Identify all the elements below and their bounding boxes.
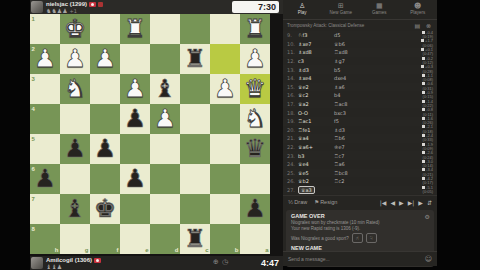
forward-icon[interactable]: ▶ [399, 199, 404, 206]
square-c6[interactable] [180, 164, 210, 194]
top-player-bar: nielsjac (1299) ♞♞♟♟+1 7:30 [30, 0, 283, 14]
rank-label-6: 6 [32, 166, 35, 172]
move-number: 13. [287, 67, 298, 73]
eval-square-icon [422, 31, 425, 34]
move-row-19: 19.♖ac1f5-1.6(0:26) [283, 117, 437, 126]
square-g6[interactable] [60, 164, 90, 194]
new-game-icon: ⊞ [322, 2, 361, 10]
piece-white-knight: ♞ [240, 104, 270, 134]
square-b8[interactable]: b [210, 224, 240, 254]
black-move[interactable]: dxe4 [334, 75, 374, 81]
square-f8[interactable]: f [90, 224, 120, 254]
sport-question: Was Niogralex a good sport? [291, 236, 349, 241]
chat-bar: Send a message... ☺ [283, 251, 437, 266]
eval-square-icon [422, 117, 425, 120]
piece-black-pawn: ♟ [90, 134, 120, 164]
rank-label-8: 8 [32, 226, 35, 232]
piece-black-pawn: ♟ [60, 134, 90, 164]
eval-square-icon [421, 65, 424, 68]
eval-square-icon [422, 134, 425, 137]
tab-label: New Game [322, 10, 361, 16]
white-move[interactable]: b3 [298, 153, 334, 159]
eval-square-icon [422, 74, 425, 77]
piece-white-pawn: ♟ [120, 74, 150, 104]
black-move[interactable]: ♖b6 [334, 135, 374, 141]
white-move[interactable]: ♕b2 [298, 178, 334, 184]
square-d2[interactable] [150, 44, 180, 74]
move-number: 15. [287, 84, 298, 90]
move-row-23: 23.b3♖c7-2.6(0:24) [283, 151, 437, 160]
eval-square-icon [422, 125, 425, 128]
add-time-icon[interactable]: ⊕ [213, 258, 222, 265]
file-label-f: f [117, 247, 119, 253]
tab-play[interactable]: ♙Play [283, 0, 322, 19]
square-e8[interactable]: e [120, 224, 150, 254]
white-move[interactable]: ♗xe7 [298, 41, 334, 47]
square-b2[interactable] [210, 44, 240, 74]
move-row-27: 27.♕a3-5.1(0:05) [283, 186, 437, 195]
top-player-flag-icon [89, 2, 96, 7]
move-number: 16. [287, 92, 298, 98]
square-f2[interactable]: ♟ [90, 44, 120, 74]
eval-square-icon [422, 91, 425, 94]
square-f1[interactable] [90, 14, 120, 44]
piece-white-king: ♚ [60, 14, 90, 44]
play-icon: ♙ [283, 2, 322, 10]
resign-button[interactable]: ⚑Resign [314, 199, 337, 205]
eval-square-icon [422, 100, 425, 103]
square-b5[interactable] [210, 134, 240, 164]
timer-icon: ◷ [222, 258, 231, 265]
tab-new-game[interactable]: ⊞New Game [322, 0, 361, 19]
file-label-e: e [145, 247, 148, 253]
move-number: 14. [287, 75, 298, 81]
square-h7[interactable]: 7 [30, 194, 60, 224]
piece-black-pawn: ♟ [240, 194, 270, 224]
square-b6[interactable] [210, 164, 240, 194]
white-move[interactable]: ♖fe1 [298, 127, 334, 133]
black-move[interactable]: bxc3 [334, 110, 374, 116]
move-row-14: 14.♗xe4dxe4-1.1(0:08) [283, 74, 437, 83]
eval-square-icon [422, 82, 425, 85]
rank-label-2: 2 [32, 46, 35, 52]
move-row-25: 25.♕e5♖bc8-3.4(0:21) [283, 169, 437, 178]
black-move[interactable]: b5 [334, 67, 374, 73]
piece-black-pawn: ♟ [120, 164, 150, 194]
rank-label-1: 1 [32, 16, 35, 22]
move-row-11: 11.♗xd8♖xd8+0.1(0:47) [283, 48, 437, 57]
eval-square-icon [422, 108, 425, 111]
piece-black-pawn: ♟ [120, 104, 150, 134]
eval-square-icon [422, 177, 425, 180]
eval-square-icon [422, 151, 425, 154]
rating-line: Your new Rapid rating is 1306 (-9). [291, 226, 429, 231]
move-row-9: 9.♘f3d5-0.4(0:19) [283, 31, 437, 40]
square-e6[interactable]: ♟ [120, 164, 150, 194]
move-row-24: 24.♕e4♖a6-3.0(0:14) [283, 160, 437, 169]
white-move[interactable]: ♕a3 [298, 187, 334, 193]
games-icon: ▦ [360, 2, 399, 10]
square-a4[interactable]: ♞ [240, 104, 270, 134]
square-c1[interactable] [180, 14, 210, 44]
piece-white-pawn: ♟ [60, 44, 90, 74]
piece-black-queen: ♛ [240, 134, 270, 164]
square-h3[interactable]: 3 [30, 74, 60, 104]
top-player-clock: 7:30 [232, 1, 279, 13]
square-f3[interactable] [90, 74, 120, 104]
white-move[interactable]: ♕e5 [298, 170, 334, 176]
jump-start-icon[interactable]: |◀ [380, 199, 387, 206]
black-move[interactable]: ♗g7 [334, 58, 374, 64]
move-number: 20. [287, 127, 298, 133]
white-move[interactable]: ♕a4 [298, 135, 334, 141]
square-d4[interactable]: ♟ [150, 104, 180, 134]
thumbs-up-icon[interactable]: ☝ [352, 233, 363, 243]
move-navigation: |◀◀▶▶|▶⇵ [380, 199, 432, 206]
square-b3[interactable]: ♟ [210, 74, 240, 104]
rank-label-5: 5 [32, 136, 35, 142]
move-number: 9. [287, 32, 298, 38]
piece-white-pawn: ♟ [240, 44, 270, 74]
square-c3[interactable] [180, 74, 210, 104]
white-move[interactable]: ♖ac1 [298, 118, 334, 124]
eval-square-icon [422, 57, 425, 60]
sidebar-tabs: ♙Play⊞New Game▦Games☻Players [283, 0, 437, 20]
chat-input[interactable]: Send a message... [288, 256, 330, 262]
black-move[interactable]: ♖a6 [334, 161, 374, 167]
back-icon[interactable]: ◀ [390, 199, 395, 206]
move-number: 18. [287, 110, 298, 116]
white-move[interactable]: c3 [298, 58, 334, 64]
square-h5[interactable]: 5 [30, 134, 60, 164]
sportsmanship-row: Was Niogralex a good sport? ☝ ☟ [291, 233, 429, 243]
black-move[interactable]: f5 [334, 118, 374, 124]
square-g4[interactable] [60, 104, 90, 134]
tab-games[interactable]: ▦Games [360, 0, 399, 19]
move-number: 19. [287, 118, 298, 124]
eval-square-icon [422, 160, 425, 163]
move-row-18: 18.O-Obxc3-0.8(0:11) [283, 108, 437, 117]
move-row-21: 21.♕a4♖b6-2.4(0:33) [283, 134, 437, 143]
white-move[interactable]: ♕a6+ [298, 144, 334, 150]
square-d8[interactable]: d [150, 224, 180, 254]
opening-name: Trompowsky Attack: Classical Defense [287, 23, 364, 28]
square-f5[interactable]: ♟ [90, 134, 120, 164]
file-label-d: d [175, 247, 179, 253]
play-moves-icon[interactable]: ▶ [418, 199, 423, 206]
tab-label: Play [283, 10, 322, 16]
square-h8[interactable]: 8h [30, 224, 60, 254]
square-e2[interactable] [120, 44, 150, 74]
move-number: 23. [287, 153, 298, 159]
square-g7[interactable]: ♝ [60, 194, 90, 224]
square-h6[interactable]: 6♟ [30, 164, 60, 194]
white-move[interactable]: ♕c2 [298, 92, 334, 98]
square-a2[interactable]: ♟ [240, 44, 270, 74]
eval-square-icon [422, 143, 425, 146]
piece-black-bishop: ♝ [60, 194, 90, 224]
black-move[interactable]: ♗d3 [334, 127, 374, 133]
move-number: 24. [287, 161, 298, 167]
jump-end-icon[interactable]: ▶| [408, 199, 415, 206]
gear-icon[interactable]: ⚙ [425, 213, 430, 220]
eval-square-icon [421, 39, 424, 42]
result-line: Niogralex won by checkmate (10 min Rated… [291, 220, 429, 225]
black-move[interactable]: ♖xd8 [334, 49, 374, 55]
file-label-a: a [265, 247, 268, 253]
white-move[interactable]: ♗d3 [298, 67, 334, 73]
square-b4[interactable] [210, 104, 240, 134]
game-over-title: GAME OVER [291, 213, 429, 219]
square-a7[interactable]: ♟ [240, 194, 270, 224]
square-g1[interactable]: ♚ [60, 14, 90, 44]
tab-label: Players [399, 10, 438, 16]
piece-black-king: ♚ [90, 194, 120, 224]
piece-white-queen: ♛ [240, 74, 270, 104]
square-f4[interactable] [90, 104, 120, 134]
square-c7[interactable] [180, 194, 210, 224]
move-row-26: 26.♕b2♖c2-4.2(0:17) [283, 177, 437, 186]
tab-players[interactable]: ☻Players [399, 0, 438, 19]
bottom-bar-icons[interactable]: ⊕◷ [213, 258, 231, 266]
file-label-g: g [85, 247, 89, 253]
piece-white-pawn: ♟ [150, 104, 180, 134]
white-move[interactable]: O-O [298, 110, 334, 116]
bottom-player-flag-icon [94, 258, 101, 263]
square-f7[interactable]: ♚ [90, 194, 120, 224]
square-a6[interactable] [240, 164, 270, 194]
piece-black-rook: ♜ [180, 44, 210, 74]
game-area: nielsjac (1299) ♞♞♟♟+1 7:30 1♚♜♜2♟♟♟♜♟3♞… [30, 0, 283, 270]
file-label-h: h [55, 247, 59, 253]
tab-label: Games [360, 10, 399, 16]
move-row-20: 20.♖fe1♗d3-2.1(0:18) [283, 126, 437, 135]
square-e5[interactable] [120, 134, 150, 164]
square-h2[interactable]: 2♟ [30, 44, 60, 74]
square-c8[interactable]: c♜ [180, 224, 210, 254]
move-row-17: 17.♕a2♖ac8-1.4(0:22) [283, 100, 437, 109]
black-move[interactable]: ♔e7 [334, 144, 374, 150]
move-number: 11. [287, 49, 298, 55]
opening-explorer-icon[interactable]: ▤ [414, 22, 422, 29]
square-e1[interactable]: ♜ [120, 14, 150, 44]
bottom-player-bar: Amilcogil (1306) ♝♝♟ ⊕◷ 4:47 [30, 256, 283, 270]
move-number: 25. [287, 170, 298, 176]
square-h1[interactable]: 1 [30, 14, 60, 44]
piece-white-rook: ♜ [120, 14, 150, 44]
move-row-16: 16.♕c2b4-0.9(0:15) [283, 91, 437, 100]
square-g8[interactable]: g [60, 224, 90, 254]
bottom-player-avatar[interactable] [31, 257, 43, 269]
move-number: 27. [287, 187, 298, 193]
file-label-b: b [235, 247, 239, 253]
square-g5[interactable]: ♟ [60, 134, 90, 164]
move-row-12: 12.c3♗g7-0.2(0:12) [283, 57, 437, 66]
square-a3[interactable]: ♛ [240, 74, 270, 104]
close-opening-icon[interactable]: ⊗ [426, 22, 433, 29]
square-c4[interactable] [180, 104, 210, 134]
chess-board: 1♚♜♜2♟♟♟♜♟3♞♟♝♟♛4♟♟♞5♟♟♛6♟♟7♝♚♟8hgfedc♜b… [30, 14, 270, 254]
move-number: 22. [287, 144, 298, 150]
white-move[interactable]: ♕e2 [298, 84, 334, 90]
emoji-icon[interactable]: ☺ [425, 255, 432, 263]
game-controls: ½Draw ⚑Resign |◀◀▶▶|▶⇵ [283, 195, 437, 208]
square-e7[interactable] [120, 194, 150, 224]
piece-white-pawn: ♟ [210, 74, 240, 104]
white-move[interactable]: ♗xe4 [298, 75, 334, 81]
sidebar: ♙Play⊞New Game▦Games☻Players Trompowsky … [283, 0, 437, 266]
move-number: 26. [287, 178, 298, 184]
flip-board-icon[interactable]: ⇵ [427, 199, 432, 206]
square-g3[interactable]: ♞ [60, 74, 90, 104]
thumbs-down-icon[interactable]: ☟ [366, 233, 377, 243]
black-move[interactable]: ♕b6 [334, 41, 374, 47]
eval-square-icon [422, 186, 425, 189]
square-g2[interactable]: ♟ [60, 44, 90, 74]
move-row-13: 13.♗d3b5+0.3(0:28) [283, 65, 437, 74]
square-e4[interactable]: ♟ [120, 104, 150, 134]
black-move[interactable]: ♖ac8 [334, 101, 374, 107]
bottom-player-captured-pieces: ♝♝♟ [46, 263, 62, 270]
piece-white-knight: ♞ [60, 74, 90, 104]
bottom-player-clock: 4:47 [261, 257, 279, 270]
black-move[interactable]: ♗a6 [334, 84, 374, 90]
white-move[interactable]: ♕a2 [298, 101, 334, 107]
move-annotation: -5.1(0:05) [422, 186, 437, 195]
square-d1[interactable] [150, 14, 180, 44]
square-d6[interactable] [150, 164, 180, 194]
eval-square-icon [421, 48, 424, 51]
square-a8[interactable]: a [240, 224, 270, 254]
square-d7[interactable] [150, 194, 180, 224]
app-window: nielsjac (1299) ♞♞♟♟+1 7:30 1♚♜♜2♟♟♟♜♟3♞… [0, 0, 480, 270]
black-move[interactable]: d5 [334, 32, 374, 38]
square-d5[interactable] [150, 134, 180, 164]
rank-label-4: 4 [32, 106, 35, 112]
square-b1[interactable] [210, 14, 240, 44]
white-move[interactable]: ♘f3 [298, 32, 334, 38]
square-b7[interactable] [210, 194, 240, 224]
move-row-10: 10.♗xe7♕b6+1.7(0:06) [283, 40, 437, 49]
move-number: 21. [287, 135, 298, 141]
rank-label-3: 3 [32, 76, 35, 82]
square-d3[interactable]: ♝ [150, 74, 180, 104]
move-number: 12. [287, 58, 298, 64]
top-player-badge-icon [98, 2, 103, 7]
move-row-15: 15.♕e2♗a6-0.6(0:31) [283, 83, 437, 92]
black-move[interactable]: b4 [334, 92, 374, 98]
square-c2[interactable]: ♜ [180, 44, 210, 74]
piece-white-rook: ♜ [240, 14, 270, 44]
resign-flag-icon: ⚑ [314, 199, 319, 205]
black-move[interactable]: ♖c7 [334, 153, 374, 159]
players-icon: ☻ [399, 2, 438, 10]
move-row-22: 22.♕a6+♔e7-1.9(0:09) [283, 143, 437, 152]
black-move[interactable]: ♖bc8 [334, 170, 374, 176]
move-number: 17. [287, 101, 298, 107]
top-player-avatar[interactable] [31, 1, 43, 13]
white-move[interactable]: ♕e4 [298, 161, 334, 167]
piece-white-pawn: ♟ [90, 44, 120, 74]
opening-row: Trompowsky Attack: Classical Defense ▤ ⊗ [283, 20, 437, 31]
eval-square-icon [422, 168, 425, 171]
square-c5[interactable] [180, 134, 210, 164]
rank-label-7: 7 [32, 196, 35, 202]
square-a1[interactable]: ♜ [240, 14, 270, 44]
black-move[interactable]: ♖c2 [334, 178, 374, 184]
file-label-c: c [205, 247, 208, 253]
piece-black-bishop: ♝ [150, 74, 180, 104]
square-h4[interactable]: 4 [30, 104, 60, 134]
square-f6[interactable] [90, 164, 120, 194]
draw-button[interactable]: ½Draw [288, 199, 307, 205]
square-a5[interactable]: ♛ [240, 134, 270, 164]
square-e3[interactable]: ♟ [120, 74, 150, 104]
move-list: 9.♘f3d5-0.4(0:19)10.♗xe7♕b6+1.7(0:06)11.… [283, 31, 437, 195]
move-number: 10. [287, 41, 298, 47]
white-move[interactable]: ♗xd8 [298, 49, 334, 55]
draw-icon: ½ [288, 199, 293, 205]
